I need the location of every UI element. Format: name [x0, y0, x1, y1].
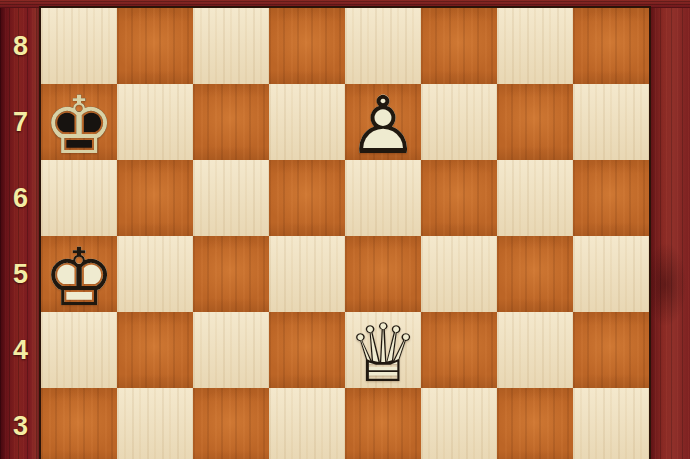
square-e7[interactable]: ♟♙	[345, 84, 421, 160]
white-king[interactable]: ♚♔	[41, 236, 117, 312]
square-b5[interactable]	[117, 236, 193, 312]
black-king[interactable]: ♚♔	[41, 84, 117, 160]
rank-label-8: 8	[0, 8, 41, 84]
square-b6[interactable]	[117, 160, 193, 236]
square-a7[interactable]: ♚♔	[41, 84, 117, 160]
square-d7[interactable]	[269, 84, 345, 160]
square-f4[interactable]	[421, 312, 497, 388]
square-a6[interactable]	[41, 160, 117, 236]
square-h7[interactable]	[573, 84, 649, 160]
square-a4[interactable]	[41, 312, 117, 388]
square-d8[interactable]	[269, 8, 345, 84]
piece-outline-glyph: ♙	[345, 84, 421, 160]
square-g5[interactable]	[497, 236, 573, 312]
piece-fill-glyph: ♛	[345, 312, 421, 388]
square-e4[interactable]: ♛♕	[345, 312, 421, 388]
square-h5[interactable]	[573, 236, 649, 312]
rank-label-4: 4	[0, 312, 41, 388]
square-c8[interactable]	[193, 8, 269, 84]
square-a8[interactable]	[41, 8, 117, 84]
rank-label-5: 5	[0, 236, 41, 312]
square-f6[interactable]	[421, 160, 497, 236]
square-b4[interactable]	[117, 312, 193, 388]
rank-label-6: 6	[0, 160, 41, 236]
board-frame-right	[649, 0, 690, 459]
square-g3[interactable]	[497, 388, 573, 459]
square-e5[interactable]	[345, 236, 421, 312]
square-c7[interactable]	[193, 84, 269, 160]
square-g6[interactable]	[497, 160, 573, 236]
square-b7[interactable]	[117, 84, 193, 160]
square-h8[interactable]	[573, 8, 649, 84]
square-e6[interactable]	[345, 160, 421, 236]
piece-outline-glyph: ♕	[345, 312, 421, 388]
rank-labels: 876543	[0, 8, 41, 459]
square-c4[interactable]	[193, 312, 269, 388]
piece-fill-glyph: ♟	[345, 84, 421, 160]
square-f7[interactable]	[421, 84, 497, 160]
piece-outline-glyph: ♔	[41, 84, 117, 160]
square-c6[interactable]	[193, 160, 269, 236]
square-f8[interactable]	[421, 8, 497, 84]
rank-label-7: 7	[0, 84, 41, 160]
white-pawn[interactable]: ♟♙	[345, 84, 421, 160]
board-frame-top	[0, 0, 690, 8]
square-d6[interactable]	[269, 160, 345, 236]
square-f3[interactable]	[421, 388, 497, 459]
square-a5[interactable]: ♚♔	[41, 236, 117, 312]
square-h6[interactable]	[573, 160, 649, 236]
square-c3[interactable]	[193, 388, 269, 459]
square-h3[interactable]	[573, 388, 649, 459]
square-g4[interactable]	[497, 312, 573, 388]
square-b3[interactable]	[117, 388, 193, 459]
square-e8[interactable]	[345, 8, 421, 84]
square-c5[interactable]	[193, 236, 269, 312]
square-f5[interactable]	[421, 236, 497, 312]
square-d4[interactable]	[269, 312, 345, 388]
square-h4[interactable]	[573, 312, 649, 388]
square-g7[interactable]	[497, 84, 573, 160]
piece-fill-glyph: ♚	[41, 236, 117, 312]
piece-outline-glyph: ♔	[41, 236, 117, 312]
square-g8[interactable]	[497, 8, 573, 84]
square-a3[interactable]	[41, 388, 117, 459]
square-e3[interactable]	[345, 388, 421, 459]
white-queen[interactable]: ♛♕	[345, 312, 421, 388]
square-d3[interactable]	[269, 388, 345, 459]
board: ♚♔♟♙♚♔♛♕	[41, 8, 649, 459]
rank-label-3: 3	[0, 388, 41, 459]
square-d5[interactable]	[269, 236, 345, 312]
square-b8[interactable]	[117, 8, 193, 84]
piece-fill-glyph: ♚	[41, 84, 117, 160]
